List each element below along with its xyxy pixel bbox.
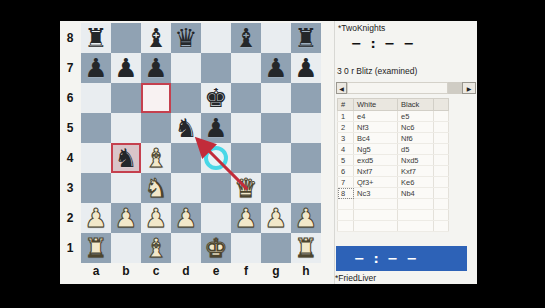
- square-g2[interactable]: ♟: [261, 203, 291, 233]
- move-row-8[interactable]: 8Nc3Nb4: [338, 188, 449, 199]
- move-row-6[interactable]: 6Nxf7Kxf7: [338, 166, 449, 177]
- square-a7[interactable]: ♟: [81, 53, 111, 83]
- square-a2[interactable]: ♟: [81, 203, 111, 233]
- square-d3[interactable]: [171, 173, 201, 203]
- white-queen-f3[interactable]: ♛: [231, 173, 261, 203]
- move-scrollbar[interactable]: ◀ ▶: [336, 82, 476, 94]
- square-a4[interactable]: [81, 143, 111, 173]
- black-pawn-a7[interactable]: ♟: [81, 53, 111, 83]
- scroll-left-icon[interactable]: ◀: [336, 82, 347, 94]
- chess-app-window: 87654321 ♜♝♛♝♜♟♟♟♟♟♚♞♟♞♝♞♛♟♟♟♟♟♟♟♜♝♚♜ ab…: [60, 21, 477, 284]
- move-table-header: #WhiteBlack: [338, 99, 449, 111]
- move-row-7[interactable]: 7Qf3+Ke6: [338, 177, 449, 188]
- square-a6[interactable]: [81, 83, 111, 113]
- square-d5[interactable]: ♞: [171, 113, 201, 143]
- white-pawn-d2[interactable]: ♟: [171, 203, 201, 233]
- square-b4[interactable]: ♞: [111, 143, 141, 173]
- file-labels: abcdefgh: [81, 263, 321, 279]
- square-e2[interactable]: [201, 203, 231, 233]
- scrollbar-track[interactable]: [347, 82, 462, 94]
- square-c8[interactable]: ♝: [141, 23, 171, 53]
- rank-label-5: 5: [60, 113, 80, 143]
- square-c1[interactable]: ♝: [141, 233, 171, 263]
- square-e5[interactable]: ♟: [201, 113, 231, 143]
- bottom-player-clock: − : − −: [336, 246, 467, 271]
- square-d6[interactable]: [171, 83, 201, 113]
- rank-label-3: 3: [60, 173, 80, 203]
- square-a1[interactable]: ♜: [81, 233, 111, 263]
- square-b8[interactable]: [111, 23, 141, 53]
- file-label-e: e: [201, 263, 231, 279]
- square-g3[interactable]: [261, 173, 291, 203]
- square-b6[interactable]: [111, 83, 141, 113]
- move-list-table[interactable]: #WhiteBlack1e4e52Nf3Nc63Bc4Nf64Ng5d55exd…: [337, 98, 449, 232]
- black-pawn-c7[interactable]: ♟: [141, 53, 171, 83]
- top-player-name: *TwoKnights: [338, 23, 385, 33]
- square-c3[interactable]: ♞: [141, 173, 171, 203]
- square-e8[interactable]: [201, 23, 231, 53]
- scroll-right-icon[interactable]: ▶: [462, 82, 476, 94]
- black-bishop-c8[interactable]: ♝: [141, 23, 171, 53]
- square-d1[interactable]: [171, 233, 201, 263]
- black-king-e6[interactable]: ♚: [201, 83, 231, 113]
- square-b3[interactable]: [111, 173, 141, 203]
- square-g7[interactable]: ♟: [261, 53, 291, 83]
- square-h3[interactable]: [291, 173, 321, 203]
- square-a8[interactable]: ♜: [81, 23, 111, 53]
- file-label-g: g: [261, 263, 291, 279]
- white-pawn-b2[interactable]: ♟: [111, 203, 141, 233]
- white-bishop-c4[interactable]: ♝: [141, 143, 171, 173]
- game-type-label: 3 0 r Blitz (examined): [337, 66, 417, 76]
- scrollbar-thumb[interactable]: [347, 82, 448, 94]
- square-h1[interactable]: ♜: [291, 233, 321, 263]
- white-pawn-f2[interactable]: ♟: [231, 203, 261, 233]
- square-e7[interactable]: [201, 53, 231, 83]
- file-label-h: h: [291, 263, 321, 279]
- bottom-clock-text: − : − −: [354, 251, 419, 266]
- square-e3[interactable]: [201, 173, 231, 203]
- file-label-c: c: [141, 263, 171, 279]
- white-king-e1[interactable]: ♚: [201, 233, 231, 263]
- move-row-empty: [338, 210, 449, 221]
- move-row-2[interactable]: 2Nf3Nc6: [338, 122, 449, 133]
- square-c7[interactable]: ♟: [141, 53, 171, 83]
- black-knight-d5[interactable]: ♞: [171, 113, 201, 143]
- rank-labels: 87654321: [60, 23, 80, 263]
- move-row-1[interactable]: 1e4e5: [338, 111, 449, 122]
- white-pawn-a2[interactable]: ♟: [81, 203, 111, 233]
- rank-label-8: 8: [60, 23, 80, 53]
- black-queen-d8[interactable]: ♛: [171, 23, 201, 53]
- white-pawn-h2[interactable]: ♟: [291, 203, 321, 233]
- square-f1[interactable]: [231, 233, 261, 263]
- rank-label-1: 1: [60, 233, 80, 263]
- black-pawn-e5[interactable]: ♟: [201, 113, 231, 143]
- square-h5[interactable]: [291, 113, 321, 143]
- white-pawn-c2[interactable]: ♟: [141, 203, 171, 233]
- move-row-3[interactable]: 3Bc4Nf6: [338, 133, 449, 144]
- square-g1[interactable]: [261, 233, 291, 263]
- square-h2[interactable]: ♟: [291, 203, 321, 233]
- square-a3[interactable]: [81, 173, 111, 203]
- square-f8[interactable]: ♝: [231, 23, 261, 53]
- square-c6[interactable]: [141, 83, 171, 113]
- video-frame: 87654321 ♜♝♛♝♜♟♟♟♟♟♚♞♟♞♝♞♛♟♟♟♟♟♟♟♜♝♚♜ ab…: [0, 0, 545, 308]
- square-g6[interactable]: [261, 83, 291, 113]
- square-b1[interactable]: [111, 233, 141, 263]
- square-f7[interactable]: [231, 53, 261, 83]
- move-row-empty: [338, 221, 449, 232]
- file-label-a: a: [81, 263, 111, 279]
- square-f6[interactable]: [231, 83, 261, 113]
- square-e1[interactable]: ♚: [201, 233, 231, 263]
- black-pawn-b7[interactable]: ♟: [111, 53, 141, 83]
- top-player-clock: − : − −: [351, 36, 416, 51]
- square-c2[interactable]: ♟: [141, 203, 171, 233]
- chess-board[interactable]: ♜♝♛♝♜♟♟♟♟♟♚♞♟♞♝♞♛♟♟♟♟♟♟♟♜♝♚♜: [81, 23, 321, 263]
- game-info-panel: *TwoKnights − : − − 3 0 r Blitz (examine…: [335, 21, 477, 284]
- black-knight-b4[interactable]: ♞: [111, 143, 141, 173]
- square-a5[interactable]: [81, 113, 111, 143]
- move-row-4[interactable]: 4Ng5d5: [338, 144, 449, 155]
- square-d8[interactable]: ♛: [171, 23, 201, 53]
- square-f2[interactable]: ♟: [231, 203, 261, 233]
- rank-label-4: 4: [60, 143, 80, 173]
- square-d7[interactable]: [171, 53, 201, 83]
- white-rook-h1[interactable]: ♜: [291, 233, 321, 263]
- square-b7[interactable]: ♟: [111, 53, 141, 83]
- file-label-d: d: [171, 263, 201, 279]
- square-b2[interactable]: ♟: [111, 203, 141, 233]
- square-b5[interactable]: [111, 113, 141, 143]
- square-f4[interactable]: [231, 143, 261, 173]
- square-h4[interactable]: [291, 143, 321, 173]
- square-f3[interactable]: ♛: [231, 173, 261, 203]
- rank-label-7: 7: [60, 53, 80, 83]
- move-row-5[interactable]: 5exd5Nxd5: [338, 155, 449, 166]
- white-pawn-g2[interactable]: ♟: [261, 203, 291, 233]
- square-d4[interactable]: [171, 143, 201, 173]
- file-label-f: f: [231, 263, 261, 279]
- bottom-player-name: *FriedLiver: [335, 273, 376, 283]
- file-label-b: b: [111, 263, 141, 279]
- move-row-empty: [338, 199, 449, 210]
- white-rook-a1[interactable]: ♜: [81, 233, 111, 263]
- white-bishop-c1[interactable]: ♝: [141, 233, 171, 263]
- rank-label-2: 2: [60, 203, 80, 233]
- square-e6[interactable]: ♚: [201, 83, 231, 113]
- square-e4[interactable]: [201, 143, 231, 173]
- square-f5[interactable]: [231, 113, 261, 143]
- square-g8[interactable]: [261, 23, 291, 53]
- black-pawn-g7[interactable]: ♟: [261, 53, 291, 83]
- square-d2[interactable]: ♟: [171, 203, 201, 233]
- black-rook-h8[interactable]: ♜: [291, 23, 321, 53]
- square-c4[interactable]: ♝: [141, 143, 171, 173]
- square-h6[interactable]: [291, 83, 321, 113]
- square-g4[interactable]: [261, 143, 291, 173]
- square-h8[interactable]: ♜: [291, 23, 321, 53]
- square-c5[interactable]: [141, 113, 171, 143]
- black-bishop-f8[interactable]: ♝: [231, 23, 261, 53]
- square-h7[interactable]: ♟: [291, 53, 321, 83]
- white-knight-c3[interactable]: ♞: [141, 173, 171, 203]
- rank-label-6: 6: [60, 83, 80, 113]
- square-g5[interactable]: [261, 113, 291, 143]
- black-pawn-h7[interactable]: ♟: [291, 53, 321, 83]
- black-rook-a8[interactable]: ♜: [81, 23, 111, 53]
